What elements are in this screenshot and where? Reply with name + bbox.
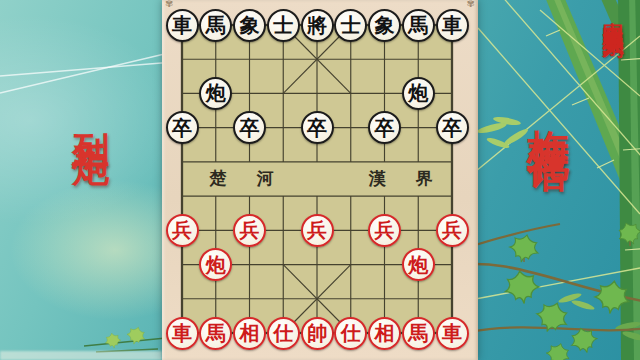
- piece-red-馬[interactable]: 馬: [402, 317, 435, 350]
- small-leaves-bottom-left-icon: [84, 325, 166, 352]
- piece-black-卒[interactable]: 卒: [166, 111, 199, 144]
- series-title-right: 中国象棋宝典系列: [599, 6, 627, 22]
- piece-red-仕[interactable]: 仕: [267, 317, 300, 350]
- piece-red-馬[interactable]: 馬: [199, 317, 232, 350]
- piece-black-炮[interactable]: 炮: [199, 77, 232, 110]
- piece-red-車[interactable]: 車: [436, 317, 469, 350]
- screen: ✾ ✾ 車馬象士將士象馬車炮炮卒卒卒卒卒兵兵兵兵兵炮炮車馬相仕帥仕相馬車 楚 河…: [0, 0, 640, 360]
- book-title-right: 梅花谱: [520, 96, 576, 123]
- piece-red-帥[interactable]: 帥: [301, 317, 334, 350]
- bottom-light-band: [0, 351, 162, 360]
- piece-red-兵[interactable]: 兵: [368, 214, 401, 247]
- piece-black-象[interactable]: 象: [368, 9, 401, 42]
- piece-black-士[interactable]: 士: [267, 9, 300, 42]
- piece-red-炮[interactable]: 炮: [402, 248, 435, 281]
- piece-red-兵[interactable]: 兵: [166, 214, 199, 247]
- piece-red-車[interactable]: 車: [166, 317, 199, 350]
- xiangqi-board: ✾ ✾ 車馬象士將士象馬車炮炮卒卒卒卒卒兵兵兵兵兵炮炮車馬相仕帥仕相馬車 楚 河…: [162, 0, 478, 360]
- piece-black-車[interactable]: 車: [166, 9, 199, 42]
- piece-black-卒[interactable]: 卒: [301, 111, 334, 144]
- river-label-han: 漢: [366, 167, 388, 190]
- piece-black-士[interactable]: 士: [334, 9, 367, 42]
- piece-black-象[interactable]: 象: [233, 9, 266, 42]
- piece-black-馬[interactable]: 馬: [402, 9, 435, 42]
- piece-black-卒[interactable]: 卒: [436, 111, 469, 144]
- piece-black-卒[interactable]: 卒: [233, 111, 266, 144]
- river-label-chu: 楚: [207, 167, 229, 190]
- piece-black-車[interactable]: 車: [436, 9, 469, 42]
- piece-red-相[interactable]: 相: [368, 317, 401, 350]
- piece-black-卒[interactable]: 卒: [368, 111, 401, 144]
- piece-red-兵[interactable]: 兵: [301, 214, 334, 247]
- opening-title-left: 列手炮: [66, 104, 116, 128]
- grape-leaves-icon: [503, 219, 640, 360]
- piece-black-將[interactable]: 將: [301, 9, 334, 42]
- piece-red-仕[interactable]: 仕: [334, 317, 367, 350]
- river-label-jie: 界: [413, 167, 435, 190]
- board-corner-ornament-icon: ✾: [467, 0, 475, 9]
- board-corner-ornament-icon: ✾: [165, 0, 173, 9]
- piece-red-兵[interactable]: 兵: [436, 214, 469, 247]
- piece-black-炮[interactable]: 炮: [402, 77, 435, 110]
- river-label-he: 河: [254, 167, 276, 190]
- piece-black-馬[interactable]: 馬: [199, 9, 232, 42]
- piece-red-相[interactable]: 相: [233, 317, 266, 350]
- piece-red-兵[interactable]: 兵: [233, 214, 266, 247]
